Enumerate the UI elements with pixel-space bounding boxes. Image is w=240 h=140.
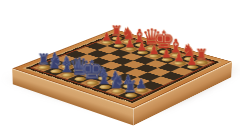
chessboard-3d: ♜♟♟♜♞♟♟♞♝♟♟♝♛♟♟♛♚♟♟♚♝♟♟♝♞♟♟♞♜♟♟♜ — [12, 29, 232, 108]
product-photo: ♜♟♟♜♞♟♟♞♝♟♟♝♛♟♟♛♚♟♟♚♝♟♟♝♞♟♟♞♜♟♟♜ — [0, 0, 240, 140]
piece-red-pawn-h2[interactable]: ♟ — [172, 55, 212, 67]
chess-set-scene: ♜♟♟♜♞♟♟♞♝♟♟♝♛♟♟♛♚♟♟♚♝♟♟♝♞♟♟♞♜♟♟♜ — [45, 0, 201, 140]
piece-blue-rook-h8[interactable]: ♜ — [109, 79, 152, 95]
